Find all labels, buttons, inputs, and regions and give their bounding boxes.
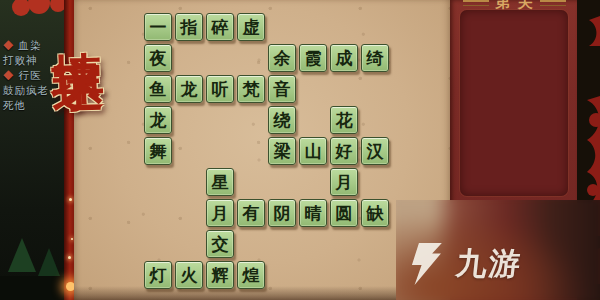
letter-tile[interactable]: 煌 (237, 261, 265, 289)
letter-tile[interactable]: 绕 (268, 106, 296, 134)
watermark-blur-band: 九游 (396, 200, 600, 300)
sparkle (68, 256, 71, 259)
letter-tile[interactable]: 梁 (268, 137, 296, 165)
game-screenshot: ◆ 血染打败神◆ 行医鼓励疯老死他 ✦ ✦ 填字迷 一指碎虚夜余霞成绮鱼龙听梵音… (0, 0, 600, 300)
letter-tile[interactable]: 有 (237, 199, 265, 227)
letter-tile[interactable]: 夜 (144, 44, 172, 72)
letter-tile[interactable]: 山 (299, 137, 327, 165)
letter-tile[interactable]: 灯 (144, 261, 172, 289)
letter-tile[interactable]: 梵 (237, 75, 265, 103)
letter-tile[interactable]: 霞 (299, 44, 327, 72)
letter-tile[interactable]: 交 (206, 230, 234, 258)
letter-tile[interactable]: 阴 (268, 199, 296, 227)
letter-tile[interactable]: 舞 (144, 137, 172, 165)
letter-tile[interactable]: 指 (175, 13, 203, 41)
letter-tile[interactable]: 鱼 (144, 75, 172, 103)
letter-tile[interactable]: 火 (175, 261, 203, 289)
level-header-left: 第 (496, 0, 511, 11)
sparkle (71, 238, 73, 240)
gold-rule (463, 0, 489, 6)
level-header-right: 关 (518, 0, 533, 11)
crossword-board: 一指碎虚夜余霞成绮鱼龙听梵音龙绕花舞梁山好汉星月月有阴晴圆缺交灯火辉煌 (144, 13, 389, 289)
sparkle (69, 198, 72, 201)
puzzle-title-vertical: 填字迷 (42, 9, 113, 196)
letter-tile[interactable]: 月 (206, 199, 234, 227)
watermark: 九游 (404, 242, 522, 286)
letter-tile[interactable]: 听 (206, 75, 234, 103)
level-panel-inner (460, 10, 568, 196)
letter-tile[interactable]: 音 (268, 75, 296, 103)
letter-tile[interactable]: 余 (268, 44, 296, 72)
letter-tile[interactable]: 虚 (237, 13, 265, 41)
letter-tile[interactable]: 花 (330, 106, 358, 134)
letter-tile[interactable]: 晴 (299, 199, 327, 227)
letter-tile[interactable]: 汉 (361, 137, 389, 165)
letter-tile[interactable]: 圆 (330, 199, 358, 227)
watermark-text: 九游 (454, 243, 524, 285)
pixel-tree (38, 248, 60, 276)
letter-tile[interactable]: 辉 (206, 261, 234, 289)
gold-rule (540, 0, 566, 6)
9game-logo-icon (404, 242, 448, 286)
pixel-tree (8, 238, 36, 272)
letter-tile[interactable]: 龙 (175, 75, 203, 103)
letter-tile[interactable]: 星 (206, 168, 234, 196)
letter-tile[interactable]: 成 (330, 44, 358, 72)
letter-tile[interactable]: 好 (330, 137, 358, 165)
level-header: 第 关 (450, 0, 578, 11)
letter-tile[interactable]: 缺 (361, 199, 389, 227)
letter-tile[interactable]: 月 (330, 168, 358, 196)
letter-tile[interactable]: 一 (144, 13, 172, 41)
letter-tile[interactable]: 碎 (206, 13, 234, 41)
letter-tile[interactable]: 绮 (361, 44, 389, 72)
letter-tile[interactable]: 龙 (144, 106, 172, 134)
